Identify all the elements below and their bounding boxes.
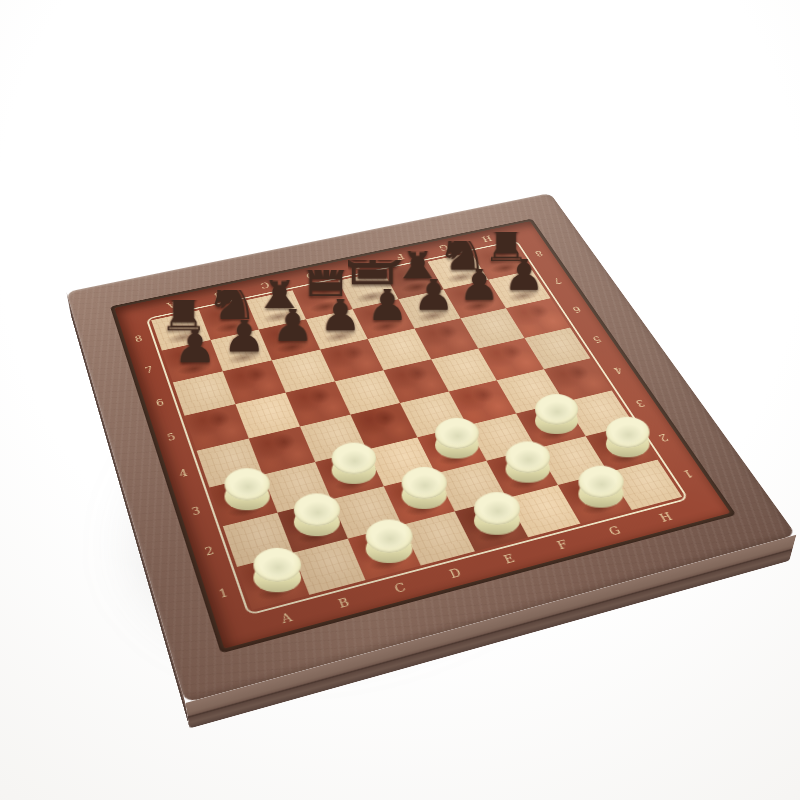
- checker-b2: [277, 499, 347, 552]
- product-photo-scene: ABCDEFGH ABCDEFGH 12345678 12345678 ♜♞♝♛…: [0, 0, 800, 800]
- checker-disc: [294, 493, 340, 537]
- checker-c1: [348, 525, 421, 580]
- checker-disc: [435, 418, 479, 460]
- checker-disc: [253, 548, 301, 593]
- checker-disc: [474, 492, 520, 536]
- checker-disc: [506, 441, 550, 483]
- checker-disc: [535, 394, 578, 435]
- checker-disc: [578, 466, 623, 509]
- checker-g1: [558, 472, 632, 523]
- checker-disc: [606, 417, 650, 459]
- checker-a3: [209, 475, 277, 527]
- checker-disc: [224, 468, 269, 511]
- checker-d2: [384, 473, 455, 524]
- checker-disc: [366, 520, 413, 565]
- checker-disc: [402, 467, 447, 510]
- checker-disc: [332, 443, 376, 485]
- checker-a1: [237, 553, 309, 610]
- checker-e1: [455, 498, 528, 551]
- game-box: ABCDEFGH ABCDEFGH 12345678 12345678 ♜♞♝♛…: [66, 193, 796, 703]
